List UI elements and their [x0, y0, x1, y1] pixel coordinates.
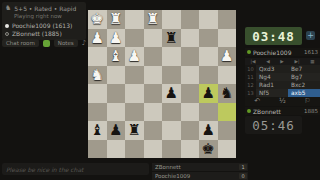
- square-d6[interactable]: [162, 103, 181, 122]
- last-move-button[interactable]: ▶|: [295, 59, 300, 64]
- crosstable-score: 0: [239, 173, 247, 179]
- move-row: 10Qxd3Be7: [245, 65, 320, 73]
- square-d3[interactable]: [162, 47, 181, 66]
- square-c1[interactable]: [181, 10, 200, 29]
- move-number: 13: [245, 89, 256, 97]
- first-move-button[interactable]: |◀: [250, 59, 255, 64]
- square-b7[interactable]: ♟: [199, 121, 218, 140]
- black-pawn[interactable]: ♟: [109, 121, 122, 140]
- square-b1[interactable]: [199, 10, 218, 29]
- move-number: 12: [245, 81, 256, 89]
- square-f7[interactable]: ♜: [125, 121, 144, 140]
- square-h7[interactable]: ♝: [88, 121, 107, 140]
- square-g5[interactable]: [107, 84, 126, 103]
- white-move[interactable]: Qxd3: [256, 65, 288, 73]
- black-pawn[interactable]: ♟: [202, 121, 215, 140]
- square-e5[interactable]: [144, 84, 163, 103]
- square-g8[interactable]: [107, 140, 126, 159]
- chat-header: Chat room Notes ♪: [2, 38, 86, 48]
- prev-move-button[interactable]: ◀: [266, 59, 269, 64]
- square-g1[interactable]: ♜: [107, 10, 126, 29]
- square-g4[interactable]: [107, 66, 126, 85]
- square-d1[interactable]: [162, 10, 181, 29]
- black-pawn[interactable]: ♟: [202, 84, 215, 103]
- black-move[interactable]: Bxc2: [288, 81, 320, 89]
- crosstable-score: 1: [239, 164, 247, 170]
- square-f8[interactable]: [125, 140, 144, 159]
- square-e3[interactable]: [144, 47, 163, 66]
- move-row: 13Nf5axb5: [245, 89, 320, 97]
- tab-notes[interactable]: Notes: [54, 39, 78, 47]
- square-d8[interactable]: [162, 140, 181, 159]
- crosstable-row: Poochie10090: [152, 172, 248, 180]
- white-move[interactable]: Ng4: [256, 73, 288, 81]
- square-c2[interactable]: [181, 29, 200, 48]
- white-player-line[interactable]: Poochie1009 (1613): [5, 22, 83, 30]
- white-clock: 03:48: [245, 27, 302, 45]
- square-h4[interactable]: ♞: [88, 66, 107, 85]
- white-move[interactable]: Nf5: [256, 89, 288, 97]
- rapid-icon: ♞: [5, 5, 11, 12]
- square-f5[interactable]: [125, 84, 144, 103]
- black-move[interactable]: Be7: [288, 65, 320, 73]
- square-h5[interactable]: [88, 84, 107, 103]
- crosstable-player-name[interactable]: Poochie1009: [155, 173, 239, 179]
- square-g7[interactable]: ♟: [107, 121, 126, 140]
- square-f3[interactable]: ♟: [125, 47, 144, 66]
- black-rook[interactable]: ♜: [128, 121, 141, 140]
- online-dot-icon: [247, 109, 251, 113]
- white-pawn[interactable]: ♟: [91, 29, 104, 48]
- white-player-name[interactable]: Poochie1009: [253, 49, 302, 56]
- square-e4[interactable]: [144, 66, 163, 85]
- square-g3[interactable]: ♝: [107, 47, 126, 66]
- white-bishop[interactable]: ♝: [109, 47, 122, 66]
- white-player-rating: 1613: [304, 49, 318, 55]
- square-h6[interactable]: [88, 103, 107, 122]
- tab-chat-room[interactable]: Chat room: [2, 39, 39, 47]
- square-a7[interactable]: [218, 121, 237, 140]
- resign-button[interactable]: ⚐: [304, 97, 310, 106]
- player-label: ZBonnett (1885): [12, 30, 62, 38]
- square-e2[interactable]: [144, 29, 163, 48]
- square-b5[interactable]: ♟: [199, 84, 218, 103]
- square-a6[interactable]: [218, 103, 237, 122]
- give-time-button[interactable]: +: [306, 31, 315, 40]
- square-d2[interactable]: ♜: [162, 29, 181, 48]
- white-knight[interactable]: ♞: [91, 66, 104, 85]
- crosstable: ZBonnett1Poochie10090: [152, 163, 248, 180]
- square-a1[interactable]: [218, 10, 237, 29]
- square-c4[interactable]: [181, 66, 200, 85]
- square-h1[interactable]: ♚: [88, 10, 107, 29]
- black-player-line[interactable]: ZBonnett (1885): [5, 30, 83, 38]
- lichess-game-page: ♞ 5+5 • Rated • Rapid Playing right now …: [0, 0, 320, 180]
- move-row: 12Rad1Bxc2: [245, 81, 320, 89]
- sound-icon[interactable]: ♪: [82, 39, 86, 47]
- square-c7[interactable]: [181, 121, 200, 140]
- square-b3[interactable]: [199, 47, 218, 66]
- square-g6[interactable]: [107, 103, 126, 122]
- takeback-button[interactable]: ↶: [254, 97, 260, 106]
- black-knight[interactable]: ♞: [220, 84, 233, 103]
- square-h8[interactable]: [88, 140, 107, 159]
- square-f1[interactable]: [125, 10, 144, 29]
- square-a4[interactable]: [218, 66, 237, 85]
- black-player-row: ZBonnett 1885: [245, 107, 320, 115]
- square-b8[interactable]: ♚: [199, 140, 218, 159]
- player-label: Poochie1009 (1613): [12, 22, 72, 30]
- game-info-box: ♞ 5+5 • Rated • Rapid Playing right now …: [2, 2, 86, 40]
- crosstable-player-name[interactable]: ZBonnett: [155, 164, 239, 170]
- square-e8[interactable]: [144, 140, 163, 159]
- move-number: 11: [245, 73, 256, 81]
- square-f4[interactable]: [125, 66, 144, 85]
- online-dot-icon: [247, 50, 251, 54]
- square-a8[interactable]: [218, 140, 237, 159]
- black-player-rating: 1885: [304, 108, 318, 114]
- crosstable-row: ZBonnett1: [152, 163, 248, 171]
- white-move[interactable]: Rad1: [256, 81, 288, 89]
- square-b6[interactable]: [199, 103, 218, 122]
- black-move[interactable]: Bg7: [288, 73, 320, 81]
- square-a2[interactable]: [218, 29, 237, 48]
- white-king[interactable]: ♚: [91, 10, 104, 29]
- black-bishop[interactable]: ♝: [91, 121, 104, 140]
- square-e7[interactable]: [144, 121, 163, 140]
- black-king[interactable]: ♚: [202, 140, 215, 159]
- square-c6[interactable]: [181, 103, 200, 122]
- move-list: 10Qxd3Be711Ng4Bg712Rad1Bxc213Nf5axb5: [245, 65, 320, 97]
- chess-board: ♚♜♜♟♟♜♝♟♟♞♟♟♞♝♟♜♟♚: [88, 10, 236, 158]
- black-pawn[interactable]: ♟: [165, 84, 178, 103]
- square-f6[interactable]: [125, 103, 144, 122]
- next-move-button[interactable]: ▶: [280, 59, 283, 64]
- white-marker-icon: [5, 24, 9, 28]
- white-rook[interactable]: ♜: [146, 10, 159, 29]
- square-h2[interactable]: ♟: [88, 29, 107, 48]
- black-clock: 05:46: [245, 116, 302, 134]
- game-action-bar: ↶½⚐: [245, 97, 320, 106]
- square-a5[interactable]: ♞: [218, 84, 237, 103]
- game-status: Playing right now: [14, 13, 83, 20]
- square-b2[interactable]: [199, 29, 218, 48]
- offer-draw-button[interactable]: ½: [279, 97, 286, 106]
- square-d5[interactable]: ♟: [162, 84, 181, 103]
- square-g2[interactable]: ♟: [107, 29, 126, 48]
- black-move-current[interactable]: axb5: [288, 89, 320, 97]
- move-nav-bar: |◀◀▶▶|▦: [245, 58, 320, 65]
- square-d7[interactable]: [162, 121, 181, 140]
- white-pawn[interactable]: ♟: [220, 47, 233, 66]
- square-c3[interactable]: [181, 47, 200, 66]
- square-h3[interactable]: [88, 47, 107, 66]
- chat-input[interactable]: [2, 163, 149, 175]
- white-player-row: Poochie1009 1613: [245, 48, 320, 56]
- chat-toggle[interactable]: [43, 40, 50, 47]
- move-row: 11Ng4Bg7: [245, 73, 320, 81]
- black-rook[interactable]: ♜: [165, 29, 178, 48]
- square-c5[interactable]: [181, 84, 200, 103]
- square-e6[interactable]: [144, 103, 163, 122]
- black-player-name[interactable]: ZBonnett: [253, 108, 302, 115]
- square-e1[interactable]: ♜: [144, 10, 163, 29]
- square-a3[interactable]: ♟: [218, 47, 237, 66]
- white-pawn[interactable]: ♟: [109, 29, 122, 48]
- white-rook[interactable]: ♜: [109, 10, 122, 29]
- game-meta: 5+5 • Rated • Rapid: [14, 5, 76, 12]
- square-f2[interactable]: [125, 29, 144, 48]
- move-number: 10: [245, 65, 256, 73]
- analysis-board-move-button[interactable]: ▦: [310, 59, 314, 64]
- square-b4[interactable]: [199, 66, 218, 85]
- black-marker-icon: [5, 32, 9, 36]
- square-d4[interactable]: [162, 66, 181, 85]
- white-pawn[interactable]: ♟: [128, 47, 141, 66]
- square-c8[interactable]: [181, 140, 200, 159]
